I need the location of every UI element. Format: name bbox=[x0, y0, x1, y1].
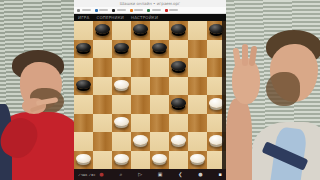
square-g2[interactable] bbox=[188, 132, 207, 151]
browser-window: Шашки онлайн • играем.орг ИГРАСОПЕРНИКИН… bbox=[74, 0, 226, 180]
toolbar-status-text: ✓чек ✓вс bbox=[78, 173, 95, 177]
square-a3[interactable] bbox=[74, 114, 93, 133]
square-c4[interactable] bbox=[112, 95, 131, 114]
square-b3[interactable] bbox=[93, 114, 112, 133]
square-f1[interactable] bbox=[169, 151, 188, 170]
square-f6[interactable] bbox=[169, 58, 188, 77]
home-dot-icon[interactable]: ● bbox=[198, 172, 202, 177]
square-c3[interactable] bbox=[112, 114, 131, 133]
white-piece[interactable] bbox=[114, 154, 129, 164]
white-piece[interactable] bbox=[190, 154, 205, 164]
square-f2[interactable] bbox=[169, 132, 188, 151]
square-d4[interactable] bbox=[131, 95, 150, 114]
bookmark-favicon bbox=[147, 9, 150, 12]
square-b4[interactable] bbox=[93, 95, 112, 114]
square-d3[interactable] bbox=[131, 114, 150, 133]
square-b6[interactable] bbox=[93, 58, 112, 77]
square-d2[interactable] bbox=[131, 132, 150, 151]
back-chevron-icon[interactable]: ❮ bbox=[178, 172, 182, 177]
square-e1[interactable] bbox=[150, 151, 169, 170]
bookmark-favicon bbox=[77, 9, 80, 12]
square-g7[interactable] bbox=[188, 40, 207, 59]
play-icon[interactable]: ▷ bbox=[138, 172, 142, 177]
square-e3[interactable] bbox=[150, 114, 169, 133]
menu-item[interactable]: ИГРА bbox=[78, 15, 89, 20]
square-d6[interactable] bbox=[131, 58, 150, 77]
square-b5[interactable] bbox=[93, 77, 112, 96]
black-piece[interactable] bbox=[171, 24, 186, 34]
menu-bar: ИГРАСОПЕРНИКИНАСТРОЙКИ bbox=[74, 14, 234, 21]
recents-square-icon[interactable]: ▣ bbox=[158, 172, 163, 177]
bookmarks-bar[interactable] bbox=[74, 7, 226, 14]
square-e7[interactable] bbox=[150, 40, 169, 59]
square-b7[interactable] bbox=[93, 40, 112, 59]
bottom-toolbar: ✓чек ✓вс ●⌕▷▣❮●▪ bbox=[74, 169, 226, 180]
page-title: Шашки онлайн • играем.орг bbox=[120, 1, 180, 6]
black-piece[interactable] bbox=[76, 80, 91, 90]
square-e4[interactable] bbox=[150, 95, 169, 114]
square-g5[interactable] bbox=[188, 77, 207, 96]
square-f8[interactable] bbox=[169, 21, 188, 40]
square-a4[interactable] bbox=[74, 95, 93, 114]
black-piece[interactable] bbox=[76, 43, 91, 53]
square-a1[interactable] bbox=[74, 151, 93, 170]
bookmark-favicon bbox=[130, 9, 133, 12]
bookmark-label bbox=[117, 9, 126, 11]
square-c1[interactable] bbox=[112, 151, 131, 170]
square-b2[interactable] bbox=[93, 132, 112, 151]
search-icon[interactable]: ⌕ bbox=[120, 172, 123, 177]
menu-item[interactable]: НАСТРОЙКИ bbox=[131, 15, 158, 20]
white-piece[interactable] bbox=[114, 80, 129, 90]
bookmark-item[interactable] bbox=[147, 9, 161, 12]
square-g3[interactable] bbox=[188, 114, 207, 133]
record-dot-icon[interactable]: ● bbox=[99, 172, 103, 177]
bookmark-favicon bbox=[112, 9, 115, 12]
menu-item[interactable]: СОПЕРНИКИ bbox=[96, 15, 124, 20]
bookmark-item[interactable] bbox=[95, 9, 109, 12]
square-d1[interactable] bbox=[131, 151, 150, 170]
white-piece[interactable] bbox=[133, 135, 148, 145]
square-e5[interactable] bbox=[150, 77, 169, 96]
square-d7[interactable] bbox=[131, 40, 150, 59]
bookmark-item[interactable] bbox=[165, 9, 179, 12]
square-a8[interactable] bbox=[74, 21, 93, 40]
square-b8[interactable] bbox=[93, 21, 112, 40]
square-g4[interactable] bbox=[188, 95, 207, 114]
bookmark-label bbox=[134, 9, 143, 11]
square-a2[interactable] bbox=[74, 132, 93, 151]
black-piece[interactable] bbox=[133, 24, 148, 34]
square-a6[interactable] bbox=[74, 58, 93, 77]
status-dot-icon[interactable]: ▪ bbox=[219, 172, 222, 177]
black-piece[interactable] bbox=[171, 98, 186, 108]
black-piece[interactable] bbox=[95, 24, 110, 34]
black-piece[interactable] bbox=[171, 61, 186, 71]
square-g1[interactable] bbox=[188, 151, 207, 170]
webcam-left bbox=[0, 0, 74, 180]
toolbar-icons: ●⌕▷▣❮●▪ bbox=[99, 172, 222, 177]
square-a5[interactable] bbox=[74, 77, 93, 96]
checkers-board bbox=[74, 21, 226, 169]
bookmark-label bbox=[99, 9, 108, 11]
square-b1[interactable] bbox=[93, 151, 112, 170]
square-c8[interactable] bbox=[112, 21, 131, 40]
square-a7[interactable] bbox=[74, 40, 93, 59]
bookmark-item[interactable] bbox=[130, 9, 144, 12]
square-g8[interactable] bbox=[188, 21, 207, 40]
bookmark-item[interactable] bbox=[112, 9, 126, 12]
square-f4[interactable] bbox=[169, 95, 188, 114]
square-c2[interactable] bbox=[112, 132, 131, 151]
bookmark-item[interactable] bbox=[77, 9, 91, 12]
white-piece[interactable] bbox=[76, 154, 91, 164]
square-c6[interactable] bbox=[112, 58, 131, 77]
right-player-forearm bbox=[226, 98, 252, 180]
square-c7[interactable] bbox=[112, 40, 131, 59]
square-f7[interactable] bbox=[169, 40, 188, 59]
square-f5[interactable] bbox=[169, 77, 188, 96]
square-e6[interactable] bbox=[150, 58, 169, 77]
black-piece[interactable] bbox=[152, 43, 167, 53]
square-e2[interactable] bbox=[150, 132, 169, 151]
white-piece[interactable] bbox=[171, 135, 186, 145]
square-d8[interactable] bbox=[131, 21, 150, 40]
bookmark-label bbox=[169, 9, 178, 11]
bookmark-favicon bbox=[95, 9, 98, 12]
bookmark-label bbox=[82, 9, 91, 11]
browser-title-bar: Шашки онлайн • играем.орг bbox=[74, 0, 226, 7]
black-piece[interactable] bbox=[114, 43, 129, 53]
square-f3[interactable] bbox=[169, 114, 188, 133]
white-piece[interactable] bbox=[114, 117, 129, 127]
bookmark-favicon bbox=[165, 9, 168, 12]
square-g6[interactable] bbox=[188, 58, 207, 77]
square-d5[interactable] bbox=[131, 77, 150, 96]
white-piece[interactable] bbox=[152, 154, 167, 164]
video-frame: Шашки онлайн • играем.орг ИГРАСОПЕРНИКИН… bbox=[0, 0, 320, 180]
square-c5[interactable] bbox=[112, 77, 131, 96]
right-player-finger bbox=[242, 44, 248, 66]
webcam-right bbox=[226, 0, 320, 180]
right-player-beard bbox=[266, 72, 300, 106]
square-e8[interactable] bbox=[150, 21, 169, 40]
bookmark-label bbox=[152, 9, 161, 11]
